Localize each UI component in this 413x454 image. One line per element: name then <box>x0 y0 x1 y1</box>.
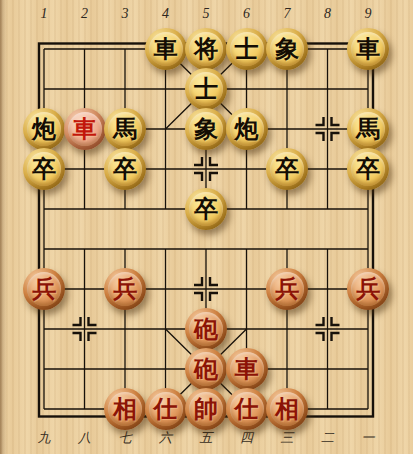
file-label-bottom-6: 四 <box>238 429 256 447</box>
piece-face: 砲 <box>189 312 223 346</box>
piece-face: 車 <box>68 112 102 146</box>
piece-face: 士 <box>230 32 264 66</box>
piece-character: 士 <box>194 77 218 101</box>
piece-character: 仕 <box>154 397 178 421</box>
piece-red-仕-f4r10[interactable]: 仕 <box>145 388 187 430</box>
piece-character: 兵 <box>32 277 56 301</box>
file-label-bottom-2: 八 <box>76 429 94 447</box>
piece-character: 相 <box>113 397 137 421</box>
piece-face: 卒 <box>108 152 142 186</box>
piece-face: 兵 <box>351 272 385 306</box>
piece-character: 卒 <box>194 197 218 221</box>
file-label-top-4: 4 <box>157 6 175 22</box>
piece-character: 馬 <box>113 117 137 141</box>
file-label-bottom-1: 九 <box>35 429 53 447</box>
file-label-top-7: 7 <box>278 6 296 22</box>
piece-red-兵-f9r7[interactable]: 兵 <box>347 268 389 310</box>
piece-red-兵-f1r7[interactable]: 兵 <box>23 268 65 310</box>
piece-red-車-f2r3[interactable]: 車 <box>64 108 106 150</box>
file-label-top-3: 3 <box>116 6 134 22</box>
piece-face: 兵 <box>108 272 142 306</box>
piece-face: 車 <box>149 32 183 66</box>
file-label-bottom-9: 一 <box>359 429 377 447</box>
piece-black-象-f5r3[interactable]: 象 <box>185 108 227 150</box>
piece-red-仕-f6r10[interactable]: 仕 <box>226 388 268 430</box>
piece-black-車-f4r1[interactable]: 車 <box>145 28 187 70</box>
file-label-top-6: 6 <box>238 6 256 22</box>
piece-character: 兵 <box>275 277 299 301</box>
piece-face: 炮 <box>230 112 264 146</box>
piece-character: 兵 <box>356 277 380 301</box>
piece-red-兵-f3r7[interactable]: 兵 <box>104 268 146 310</box>
piece-red-兵-f7r7[interactable]: 兵 <box>266 268 308 310</box>
piece-face: 仕 <box>149 392 183 426</box>
piece-face: 車 <box>351 32 385 66</box>
file-label-bottom-8: 二 <box>319 429 337 447</box>
piece-character: 車 <box>154 37 178 61</box>
file-label-top-5: 5 <box>197 6 215 22</box>
piece-face: 兵 <box>270 272 304 306</box>
piece-face: 仕 <box>230 392 264 426</box>
piece-face: 士 <box>189 72 223 106</box>
piece-face: 馬 <box>351 112 385 146</box>
piece-character: 卒 <box>275 157 299 181</box>
file-label-top-8: 8 <box>319 6 337 22</box>
file-label-top-2: 2 <box>76 6 94 22</box>
piece-black-炮-f1r3[interactable]: 炮 <box>23 108 65 150</box>
file-label-bottom-4: 六 <box>157 429 175 447</box>
piece-red-砲-f5r8[interactable]: 砲 <box>185 308 227 350</box>
piece-character: 車 <box>73 117 97 141</box>
piece-red-車-f6r9[interactable]: 車 <box>226 348 268 390</box>
piece-character: 砲 <box>194 317 218 341</box>
piece-character: 帥 <box>194 397 218 421</box>
piece-character: 卒 <box>32 157 56 181</box>
piece-red-砲-f5r9[interactable]: 砲 <box>185 348 227 390</box>
piece-black-馬-f3r3[interactable]: 馬 <box>104 108 146 150</box>
piece-character: 相 <box>275 397 299 421</box>
piece-black-卒-f7r4[interactable]: 卒 <box>266 148 308 190</box>
piece-face: 相 <box>270 392 304 426</box>
piece-black-士-f5r2[interactable]: 士 <box>185 68 227 110</box>
piece-face: 象 <box>270 32 304 66</box>
piece-face: 卒 <box>27 152 61 186</box>
piece-character: 車 <box>235 357 259 381</box>
piece-face: 卒 <box>189 192 223 226</box>
piece-face: 相 <box>108 392 142 426</box>
piece-character: 象 <box>275 37 299 61</box>
piece-face: 車 <box>230 352 264 386</box>
piece-black-炮-f6r3[interactable]: 炮 <box>226 108 268 150</box>
piece-character: 馬 <box>356 117 380 141</box>
file-label-bottom-7: 三 <box>278 429 296 447</box>
piece-character: 卒 <box>356 157 380 181</box>
piece-black-馬-f9r3[interactable]: 馬 <box>347 108 389 150</box>
piece-character: 炮 <box>235 117 259 141</box>
piece-red-相-f7r10[interactable]: 相 <box>266 388 308 430</box>
piece-face: 卒 <box>351 152 385 186</box>
piece-face: 兵 <box>27 272 61 306</box>
piece-black-将-f5r1[interactable]: 将 <box>185 28 227 70</box>
piece-black-士-f6r1[interactable]: 士 <box>226 28 268 70</box>
file-label-top-9: 9 <box>359 6 377 22</box>
piece-character: 将 <box>194 37 218 61</box>
piece-character: 砲 <box>194 357 218 381</box>
piece-character: 仕 <box>235 397 259 421</box>
piece-red-帥-f5r10[interactable]: 帥 <box>185 388 227 430</box>
file-label-top-1: 1 <box>35 6 53 22</box>
piece-black-卒-f5r5[interactable]: 卒 <box>185 188 227 230</box>
piece-face: 砲 <box>189 352 223 386</box>
piece-face: 炮 <box>27 112 61 146</box>
xiangqi-app: 123456789 九八七六五四三二一 車将士象車士炮車馬象炮馬卒卒卒卒卒兵兵兵… <box>0 0 413 454</box>
piece-black-車-f9r1[interactable]: 車 <box>347 28 389 70</box>
piece-character: 象 <box>194 117 218 141</box>
piece-character: 士 <box>235 37 259 61</box>
piece-character: 炮 <box>32 117 56 141</box>
piece-character: 車 <box>356 37 380 61</box>
piece-face: 卒 <box>270 152 304 186</box>
piece-black-卒-f9r4[interactable]: 卒 <box>347 148 389 190</box>
piece-red-相-f3r10[interactable]: 相 <box>104 388 146 430</box>
file-label-bottom-5: 五 <box>197 429 215 447</box>
piece-character: 卒 <box>113 157 137 181</box>
piece-face: 将 <box>189 32 223 66</box>
file-label-bottom-3: 七 <box>116 429 134 447</box>
piece-face: 帥 <box>189 392 223 426</box>
piece-face: 馬 <box>108 112 142 146</box>
piece-black-卒-f1r4[interactable]: 卒 <box>23 148 65 190</box>
piece-character: 兵 <box>113 277 137 301</box>
piece-face: 象 <box>189 112 223 146</box>
piece-black-卒-f3r4[interactable]: 卒 <box>104 148 146 190</box>
piece-black-象-f7r1[interactable]: 象 <box>266 28 308 70</box>
